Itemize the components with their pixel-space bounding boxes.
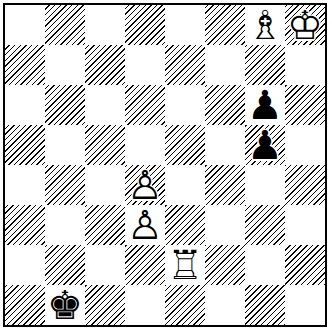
white-king[interactable]: ♚♔ [285, 5, 325, 45]
square-h6[interactable] [285, 85, 325, 125]
white-pawn-fill: ♟ [125, 205, 165, 245]
square-h4[interactable] [285, 165, 325, 205]
square-e4[interactable] [165, 165, 205, 205]
white-rook[interactable]: ♜♖ [165, 245, 205, 285]
square-a7[interactable] [5, 45, 45, 85]
square-e2[interactable]: ♜♖ [165, 245, 205, 285]
white-king-icon: ♔ [285, 5, 325, 45]
white-bishop[interactable]: ♝♗ [245, 5, 285, 45]
square-b7[interactable] [45, 45, 85, 85]
square-c1[interactable] [85, 285, 125, 325]
white-pawn[interactable]: ♟♙ [125, 165, 165, 205]
white-pawn[interactable]: ♟♙ [125, 205, 165, 245]
white-king-fill: ♚ [285, 5, 325, 45]
white-bishop-fill: ♝ [245, 5, 285, 45]
square-g2[interactable] [245, 245, 285, 285]
square-d1[interactable] [125, 285, 165, 325]
square-f3[interactable] [205, 205, 245, 245]
square-a8[interactable] [5, 5, 45, 45]
square-h2[interactable] [285, 245, 325, 285]
square-c2[interactable] [85, 245, 125, 285]
square-c7[interactable] [85, 45, 125, 85]
square-e1[interactable] [165, 285, 205, 325]
square-e6[interactable] [165, 85, 205, 125]
square-b1[interactable]: ♚ [45, 285, 85, 325]
square-g3[interactable] [245, 205, 285, 245]
square-e7[interactable] [165, 45, 205, 85]
square-d4[interactable]: ♟♙ [125, 165, 165, 205]
square-a6[interactable] [5, 85, 45, 125]
square-h1[interactable] [285, 285, 325, 325]
square-a2[interactable] [5, 245, 45, 285]
square-a1[interactable] [5, 285, 45, 325]
white-pawn-icon: ♙ [125, 205, 165, 245]
square-g4[interactable] [245, 165, 285, 205]
square-e5[interactable] [165, 125, 205, 165]
square-b8[interactable] [45, 5, 85, 45]
black-king[interactable]: ♚ [45, 285, 85, 325]
square-c5[interactable] [85, 125, 125, 165]
square-e3[interactable] [165, 205, 205, 245]
black-pawn-icon: ♟ [245, 85, 285, 125]
square-b6[interactable] [45, 85, 85, 125]
square-f8[interactable] [205, 5, 245, 45]
square-f4[interactable] [205, 165, 245, 205]
black-pawn-icon: ♟ [245, 125, 285, 165]
square-b3[interactable] [45, 205, 85, 245]
square-e8[interactable] [165, 5, 205, 45]
square-d7[interactable] [125, 45, 165, 85]
square-d8[interactable] [125, 5, 165, 45]
white-rook-icon: ♖ [165, 245, 205, 285]
square-g7[interactable] [245, 45, 285, 85]
square-a3[interactable] [5, 205, 45, 245]
square-b4[interactable] [45, 165, 85, 205]
white-pawn-icon: ♙ [125, 165, 165, 205]
board-frame: ♝♗♚♔♟♟♟♙♟♙♜♖♚ [3, 3, 327, 327]
board: ♝♗♚♔♟♟♟♙♟♙♜♖♚ [5, 5, 325, 325]
square-g5[interactable]: ♟ [245, 125, 285, 165]
square-h8[interactable]: ♚♔ [285, 5, 325, 45]
square-f6[interactable] [205, 85, 245, 125]
square-d3[interactable]: ♟♙ [125, 205, 165, 245]
square-g6[interactable]: ♟ [245, 85, 285, 125]
square-h5[interactable] [285, 125, 325, 165]
square-f5[interactable] [205, 125, 245, 165]
square-c8[interactable] [85, 5, 125, 45]
black-pawn[interactable]: ♟ [245, 125, 285, 165]
square-d6[interactable] [125, 85, 165, 125]
square-f2[interactable] [205, 245, 245, 285]
white-rook-fill: ♜ [165, 245, 205, 285]
square-f1[interactable] [205, 285, 245, 325]
square-g1[interactable] [245, 285, 285, 325]
square-a4[interactable] [5, 165, 45, 205]
square-c4[interactable] [85, 165, 125, 205]
square-d2[interactable] [125, 245, 165, 285]
square-d5[interactable] [125, 125, 165, 165]
square-h7[interactable] [285, 45, 325, 85]
square-g8[interactable]: ♝♗ [245, 5, 285, 45]
square-b2[interactable] [45, 245, 85, 285]
white-bishop-icon: ♗ [245, 5, 285, 45]
black-pawn[interactable]: ♟ [245, 85, 285, 125]
square-a5[interactable] [5, 125, 45, 165]
square-c3[interactable] [85, 205, 125, 245]
white-pawn-fill: ♟ [125, 165, 165, 205]
square-b5[interactable] [45, 125, 85, 165]
black-king-icon: ♚ [45, 285, 85, 325]
square-c6[interactable] [85, 85, 125, 125]
square-h3[interactable] [285, 205, 325, 245]
square-f7[interactable] [205, 45, 245, 85]
chess-diagram: ♝♗♚♔♟♟♟♙♟♙♜♖♚ [0, 0, 332, 332]
